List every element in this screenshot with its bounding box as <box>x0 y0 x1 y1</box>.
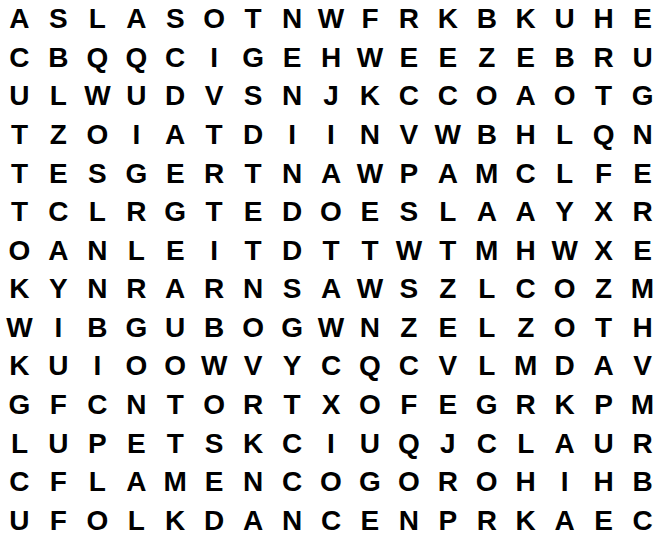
grid-cell-r6c13[interactable]: A <box>467 193 506 232</box>
grid-cell-r4c5[interactable]: A <box>156 116 195 155</box>
grid-cell-r8c3[interactable]: N <box>78 270 117 309</box>
grid-cell-r3c9[interactable]: J <box>312 77 351 116</box>
grid-cell-r2c4[interactable]: Q <box>117 39 156 78</box>
grid-cell-r13c13[interactable]: O <box>467 463 506 502</box>
grid-cell-r6c17[interactable]: R <box>623 193 662 232</box>
grid-cell-r12c16[interactable]: U <box>584 424 623 463</box>
grid-cell-r6c3[interactable]: L <box>78 193 117 232</box>
grid-cell-r14c8[interactable]: N <box>273 501 312 540</box>
grid-cell-r7c12[interactable]: T <box>428 231 467 270</box>
grid-cell-r1c17[interactable]: E <box>623 0 662 39</box>
grid-cell-r2c7[interactable]: G <box>234 39 273 78</box>
grid-cell-r6c6[interactable]: T <box>195 193 234 232</box>
grid-cell-r10c7[interactable]: V <box>234 347 273 386</box>
grid-cell-r5c7[interactable]: T <box>234 154 273 193</box>
grid-cell-r12c7[interactable]: K <box>234 424 273 463</box>
grid-cell-r14c12[interactable]: P <box>428 501 467 540</box>
grid-cell-r1c2[interactable]: S <box>39 0 78 39</box>
grid-cell-r9c17[interactable]: H <box>623 309 662 348</box>
grid-cell-r4c13[interactable]: B <box>467 116 506 155</box>
grid-cell-r13c8[interactable]: C <box>273 463 312 502</box>
grid-cell-r8c16[interactable]: Z <box>584 270 623 309</box>
grid-cell-r3c17[interactable]: G <box>623 77 662 116</box>
grid-cell-r12c6[interactable]: S <box>195 424 234 463</box>
grid-cell-r10c2[interactable]: U <box>39 347 78 386</box>
grid-cell-r14c11[interactable]: N <box>389 501 428 540</box>
grid-cell-r12c12[interactable]: J <box>428 424 467 463</box>
grid-cell-r1c5[interactable]: S <box>156 0 195 39</box>
grid-cell-r3c1[interactable]: U <box>0 77 39 116</box>
grid-cell-r11c4[interactable]: N <box>117 386 156 425</box>
grid-cell-r1c15[interactable]: U <box>545 0 584 39</box>
grid-cell-r3c14[interactable]: A <box>506 77 545 116</box>
grid-cell-r3c5[interactable]: D <box>156 77 195 116</box>
grid-cell-r10c12[interactable]: V <box>428 347 467 386</box>
grid-cell-r14c10[interactable]: E <box>350 501 389 540</box>
grid-cell-r4c3[interactable]: O <box>78 116 117 155</box>
grid-cell-r6c11[interactable]: S <box>389 193 428 232</box>
grid-cell-r12c9[interactable]: I <box>312 424 351 463</box>
grid-cell-r3c12[interactable]: C <box>428 77 467 116</box>
grid-cell-r7c16[interactable]: X <box>584 231 623 270</box>
grid-cell-r9c13[interactable]: L <box>467 309 506 348</box>
grid-cell-r3c2[interactable]: L <box>39 77 78 116</box>
grid-cell-r11c6[interactable]: O <box>195 386 234 425</box>
grid-cell-r12c2[interactable]: U <box>39 424 78 463</box>
grid-cell-r13c16[interactable]: H <box>584 463 623 502</box>
grid-cell-r7c8[interactable]: D <box>273 231 312 270</box>
grid-cell-r12c4[interactable]: E <box>117 424 156 463</box>
grid-cell-r5c13[interactable]: M <box>467 154 506 193</box>
grid-cell-r13c10[interactable]: G <box>350 463 389 502</box>
grid-cell-r10c8[interactable]: Y <box>273 347 312 386</box>
grid-cell-r8c13[interactable]: L <box>467 270 506 309</box>
grid-cell-r7c13[interactable]: M <box>467 231 506 270</box>
grid-cell-r7c15[interactable]: W <box>545 231 584 270</box>
grid-cell-r3c8[interactable]: N <box>273 77 312 116</box>
grid-cell-r2c12[interactable]: E <box>428 39 467 78</box>
grid-cell-r10c13[interactable]: L <box>467 347 506 386</box>
grid-cell-r10c17[interactable]: V <box>623 347 662 386</box>
grid-cell-r2c5[interactable]: C <box>156 39 195 78</box>
grid-cell-r14c5[interactable]: K <box>156 501 195 540</box>
grid-cell-r4c17[interactable]: N <box>623 116 662 155</box>
grid-cell-r10c9[interactable]: C <box>312 347 351 386</box>
grid-cell-r5c1[interactable]: T <box>0 154 39 193</box>
grid-cell-r12c3[interactable]: P <box>78 424 117 463</box>
grid-cell-r9c2[interactable]: I <box>39 309 78 348</box>
grid-cell-r4c7[interactable]: D <box>234 116 273 155</box>
grid-cell-r9c9[interactable]: W <box>312 309 351 348</box>
grid-cell-r3c7[interactable]: S <box>234 77 273 116</box>
grid-cell-r9c5[interactable]: U <box>156 309 195 348</box>
grid-cell-r11c15[interactable]: K <box>545 386 584 425</box>
grid-cell-r8c12[interactable]: Z <box>428 270 467 309</box>
grid-cell-r2c15[interactable]: B <box>545 39 584 78</box>
grid-cell-r14c2[interactable]: F <box>39 501 78 540</box>
grid-cell-r8c9[interactable]: A <box>312 270 351 309</box>
grid-cell-r13c2[interactable]: F <box>39 463 78 502</box>
grid-cell-r4c14[interactable]: H <box>506 116 545 155</box>
grid-cell-r11c11[interactable]: F <box>389 386 428 425</box>
grid-cell-r11c8[interactable]: T <box>273 386 312 425</box>
grid-cell-r5c5[interactable]: E <box>156 154 195 193</box>
grid-cell-r5c17[interactable]: E <box>623 154 662 193</box>
grid-cell-r1c14[interactable]: K <box>506 0 545 39</box>
grid-cell-r6c9[interactable]: O <box>312 193 351 232</box>
grid-cell-r5c8[interactable]: N <box>273 154 312 193</box>
grid-cell-r1c1[interactable]: A <box>0 0 39 39</box>
grid-cell-r9c11[interactable]: Z <box>389 309 428 348</box>
grid-cell-r4c4[interactable]: I <box>117 116 156 155</box>
grid-cell-r2c13[interactable]: Z <box>467 39 506 78</box>
grid-cell-r5c2[interactable]: E <box>39 154 78 193</box>
grid-cell-r3c11[interactable]: C <box>389 77 428 116</box>
grid-cell-r14c3[interactable]: O <box>78 501 117 540</box>
grid-cell-r12c15[interactable]: A <box>545 424 584 463</box>
grid-cell-r7c10[interactable]: T <box>350 231 389 270</box>
grid-cell-r6c2[interactable]: C <box>39 193 78 232</box>
grid-cell-r11c10[interactable]: O <box>350 386 389 425</box>
grid-cell-r9c15[interactable]: O <box>545 309 584 348</box>
grid-cell-r12c1[interactable]: L <box>0 424 39 463</box>
grid-cell-r12c14[interactable]: L <box>506 424 545 463</box>
grid-cell-r4c8[interactable]: I <box>273 116 312 155</box>
grid-cell-r13c15[interactable]: I <box>545 463 584 502</box>
grid-cell-r1c16[interactable]: H <box>584 0 623 39</box>
grid-cell-r7c5[interactable]: E <box>156 231 195 270</box>
grid-cell-r6c7[interactable]: E <box>234 193 273 232</box>
grid-cell-r10c15[interactable]: D <box>545 347 584 386</box>
grid-cell-r5c3[interactable]: S <box>78 154 117 193</box>
grid-cell-r14c6[interactable]: D <box>195 501 234 540</box>
grid-cell-r9c1[interactable]: W <box>0 309 39 348</box>
grid-cell-r9c4[interactable]: G <box>117 309 156 348</box>
grid-cell-r11c3[interactable]: C <box>78 386 117 425</box>
grid-cell-r10c1[interactable]: K <box>0 347 39 386</box>
grid-cell-r2c14[interactable]: E <box>506 39 545 78</box>
grid-cell-r2c6[interactable]: I <box>195 39 234 78</box>
grid-cell-r8c6[interactable]: R <box>195 270 234 309</box>
grid-cell-r5c9[interactable]: A <box>312 154 351 193</box>
grid-cell-r8c4[interactable]: R <box>117 270 156 309</box>
grid-cell-r11c7[interactable]: R <box>234 386 273 425</box>
grid-cell-r8c14[interactable]: C <box>506 270 545 309</box>
grid-cell-r8c11[interactable]: S <box>389 270 428 309</box>
grid-cell-r10c10[interactable]: Q <box>350 347 389 386</box>
grid-cell-r8c1[interactable]: K <box>0 270 39 309</box>
grid-cell-r1c3[interactable]: L <box>78 0 117 39</box>
grid-cell-r7c14[interactable]: H <box>506 231 545 270</box>
grid-cell-r12c5[interactable]: T <box>156 424 195 463</box>
grid-cell-r14c13[interactable]: R <box>467 501 506 540</box>
grid-cell-r3c15[interactable]: O <box>545 77 584 116</box>
grid-cell-r5c16[interactable]: F <box>584 154 623 193</box>
grid-cell-r7c9[interactable]: T <box>312 231 351 270</box>
grid-cell-r5c15[interactable]: L <box>545 154 584 193</box>
grid-cell-r7c3[interactable]: N <box>78 231 117 270</box>
grid-cell-r8c8[interactable]: S <box>273 270 312 309</box>
grid-cell-r12c17[interactable]: R <box>623 424 662 463</box>
grid-cell-r6c8[interactable]: D <box>273 193 312 232</box>
grid-cell-r11c13[interactable]: G <box>467 386 506 425</box>
grid-cell-r8c15[interactable]: O <box>545 270 584 309</box>
grid-cell-r13c6[interactable]: E <box>195 463 234 502</box>
grid-cell-r4c1[interactable]: T <box>0 116 39 155</box>
grid-cell-r11c12[interactable]: E <box>428 386 467 425</box>
grid-cell-r10c4[interactable]: O <box>117 347 156 386</box>
grid-cell-r1c8[interactable]: N <box>273 0 312 39</box>
grid-cell-r14c1[interactable]: U <box>0 501 39 540</box>
grid-cell-r13c3[interactable]: L <box>78 463 117 502</box>
grid-cell-r9c10[interactable]: N <box>350 309 389 348</box>
grid-cell-r5c10[interactable]: W <box>350 154 389 193</box>
grid-cell-r14c14[interactable]: K <box>506 501 545 540</box>
grid-cell-r9c16[interactable]: T <box>584 309 623 348</box>
grid-cell-r1c10[interactable]: F <box>350 0 389 39</box>
grid-cell-r14c16[interactable]: E <box>584 501 623 540</box>
grid-cell-r3c16[interactable]: T <box>584 77 623 116</box>
grid-cell-r10c11[interactable]: C <box>389 347 428 386</box>
grid-cell-r10c6[interactable]: W <box>195 347 234 386</box>
grid-cell-r9c14[interactable]: Z <box>506 309 545 348</box>
grid-cell-r7c7[interactable]: T <box>234 231 273 270</box>
grid-cell-r8c2[interactable]: Y <box>39 270 78 309</box>
grid-cell-r12c8[interactable]: C <box>273 424 312 463</box>
grid-cell-r13c4[interactable]: A <box>117 463 156 502</box>
grid-cell-r4c9[interactable]: I <box>312 116 351 155</box>
word-search-grid: ASLASOTNWFRKBKUHECBQQCIGEHWEEZEBRUULWUDV… <box>0 0 662 540</box>
grid-cell-r11c16[interactable]: P <box>584 386 623 425</box>
grid-cell-r9c3[interactable]: B <box>78 309 117 348</box>
grid-cell-r4c6[interactable]: T <box>195 116 234 155</box>
grid-cell-r3c3[interactable]: W <box>78 77 117 116</box>
grid-cell-r6c14[interactable]: A <box>506 193 545 232</box>
grid-cell-r1c11[interactable]: R <box>389 0 428 39</box>
grid-cell-r3c6[interactable]: V <box>195 77 234 116</box>
grid-cell-r7c2[interactable]: A <box>39 231 78 270</box>
grid-cell-r9c8[interactable]: G <box>273 309 312 348</box>
grid-cell-r14c4[interactable]: L <box>117 501 156 540</box>
grid-cell-r8c7[interactable]: N <box>234 270 273 309</box>
grid-cell-r10c5[interactable]: O <box>156 347 195 386</box>
grid-cell-r11c9[interactable]: X <box>312 386 351 425</box>
grid-cell-r10c16[interactable]: A <box>584 347 623 386</box>
grid-cell-r2c16[interactable]: R <box>584 39 623 78</box>
grid-cell-r13c17[interactable]: B <box>623 463 662 502</box>
grid-cell-r1c9[interactable]: W <box>312 0 351 39</box>
grid-cell-r11c17[interactable]: M <box>623 386 662 425</box>
grid-cell-r2c3[interactable]: Q <box>78 39 117 78</box>
grid-cell-r7c1[interactable]: O <box>0 231 39 270</box>
grid-cell-r1c6[interactable]: O <box>195 0 234 39</box>
grid-cell-r13c11[interactable]: O <box>389 463 428 502</box>
grid-cell-r6c1[interactable]: T <box>0 193 39 232</box>
grid-cell-r2c8[interactable]: E <box>273 39 312 78</box>
grid-cell-r1c7[interactable]: T <box>234 0 273 39</box>
grid-cell-r5c6[interactable]: R <box>195 154 234 193</box>
grid-cell-r4c16[interactable]: Q <box>584 116 623 155</box>
grid-cell-r7c17[interactable]: E <box>623 231 662 270</box>
grid-cell-r13c1[interactable]: C <box>0 463 39 502</box>
grid-cell-r6c10[interactable]: E <box>350 193 389 232</box>
grid-cell-r5c12[interactable]: A <box>428 154 467 193</box>
grid-cell-r12c10[interactable]: U <box>350 424 389 463</box>
grid-cell-r9c6[interactable]: B <box>195 309 234 348</box>
grid-cell-r6c16[interactable]: X <box>584 193 623 232</box>
grid-cell-r1c13[interactable]: B <box>467 0 506 39</box>
grid-cell-r7c11[interactable]: W <box>389 231 428 270</box>
grid-cell-r4c15[interactable]: L <box>545 116 584 155</box>
grid-cell-r13c12[interactable]: R <box>428 463 467 502</box>
grid-cell-r13c5[interactable]: M <box>156 463 195 502</box>
grid-cell-r14c17[interactable]: C <box>623 501 662 540</box>
grid-cell-r9c12[interactable]: E <box>428 309 467 348</box>
grid-cell-r14c15[interactable]: A <box>545 501 584 540</box>
grid-cell-r11c1[interactable]: G <box>0 386 39 425</box>
grid-cell-r8c5[interactable]: A <box>156 270 195 309</box>
grid-cell-r12c11[interactable]: Q <box>389 424 428 463</box>
grid-cell-r5c14[interactable]: C <box>506 154 545 193</box>
grid-cell-r8c17[interactable]: M <box>623 270 662 309</box>
grid-cell-r8c10[interactable]: W <box>350 270 389 309</box>
grid-cell-r2c9[interactable]: H <box>312 39 351 78</box>
grid-cell-r7c6[interactable]: I <box>195 231 234 270</box>
grid-cell-r13c7[interactable]: N <box>234 463 273 502</box>
grid-cell-r13c9[interactable]: O <box>312 463 351 502</box>
grid-cell-r14c9[interactable]: C <box>312 501 351 540</box>
grid-cell-r2c2[interactable]: B <box>39 39 78 78</box>
grid-cell-r7c4[interactable]: L <box>117 231 156 270</box>
grid-cell-r5c4[interactable]: G <box>117 154 156 193</box>
grid-cell-r6c5[interactable]: G <box>156 193 195 232</box>
grid-cell-r9c7[interactable]: O <box>234 309 273 348</box>
grid-cell-r1c4[interactable]: A <box>117 0 156 39</box>
grid-cell-r11c14[interactable]: R <box>506 386 545 425</box>
grid-cell-r2c1[interactable]: C <box>0 39 39 78</box>
grid-cell-r5c11[interactable]: P <box>389 154 428 193</box>
grid-cell-r1c12[interactable]: K <box>428 0 467 39</box>
grid-cell-r14c7[interactable]: A <box>234 501 273 540</box>
grid-cell-r11c5[interactable]: T <box>156 386 195 425</box>
grid-cell-r2c17[interactable]: U <box>623 39 662 78</box>
grid-cell-r3c13[interactable]: O <box>467 77 506 116</box>
grid-cell-r10c14[interactable]: M <box>506 347 545 386</box>
grid-cell-r2c11[interactable]: E <box>389 39 428 78</box>
grid-cell-r3c10[interactable]: K <box>350 77 389 116</box>
grid-cell-r12c13[interactable]: C <box>467 424 506 463</box>
grid-cell-r6c12[interactable]: L <box>428 193 467 232</box>
grid-cell-r2c10[interactable]: W <box>350 39 389 78</box>
grid-cell-r13c14[interactable]: H <box>506 463 545 502</box>
grid-cell-r4c10[interactable]: N <box>350 116 389 155</box>
grid-cell-r3c4[interactable]: U <box>117 77 156 116</box>
grid-cell-r6c4[interactable]: R <box>117 193 156 232</box>
grid-cell-r11c2[interactable]: F <box>39 386 78 425</box>
grid-cell-r4c12[interactable]: W <box>428 116 467 155</box>
grid-cell-r6c15[interactable]: Y <box>545 193 584 232</box>
grid-cell-r10c3[interactable]: I <box>78 347 117 386</box>
grid-cell-r4c2[interactable]: Z <box>39 116 78 155</box>
grid-cell-r4c11[interactable]: V <box>389 116 428 155</box>
